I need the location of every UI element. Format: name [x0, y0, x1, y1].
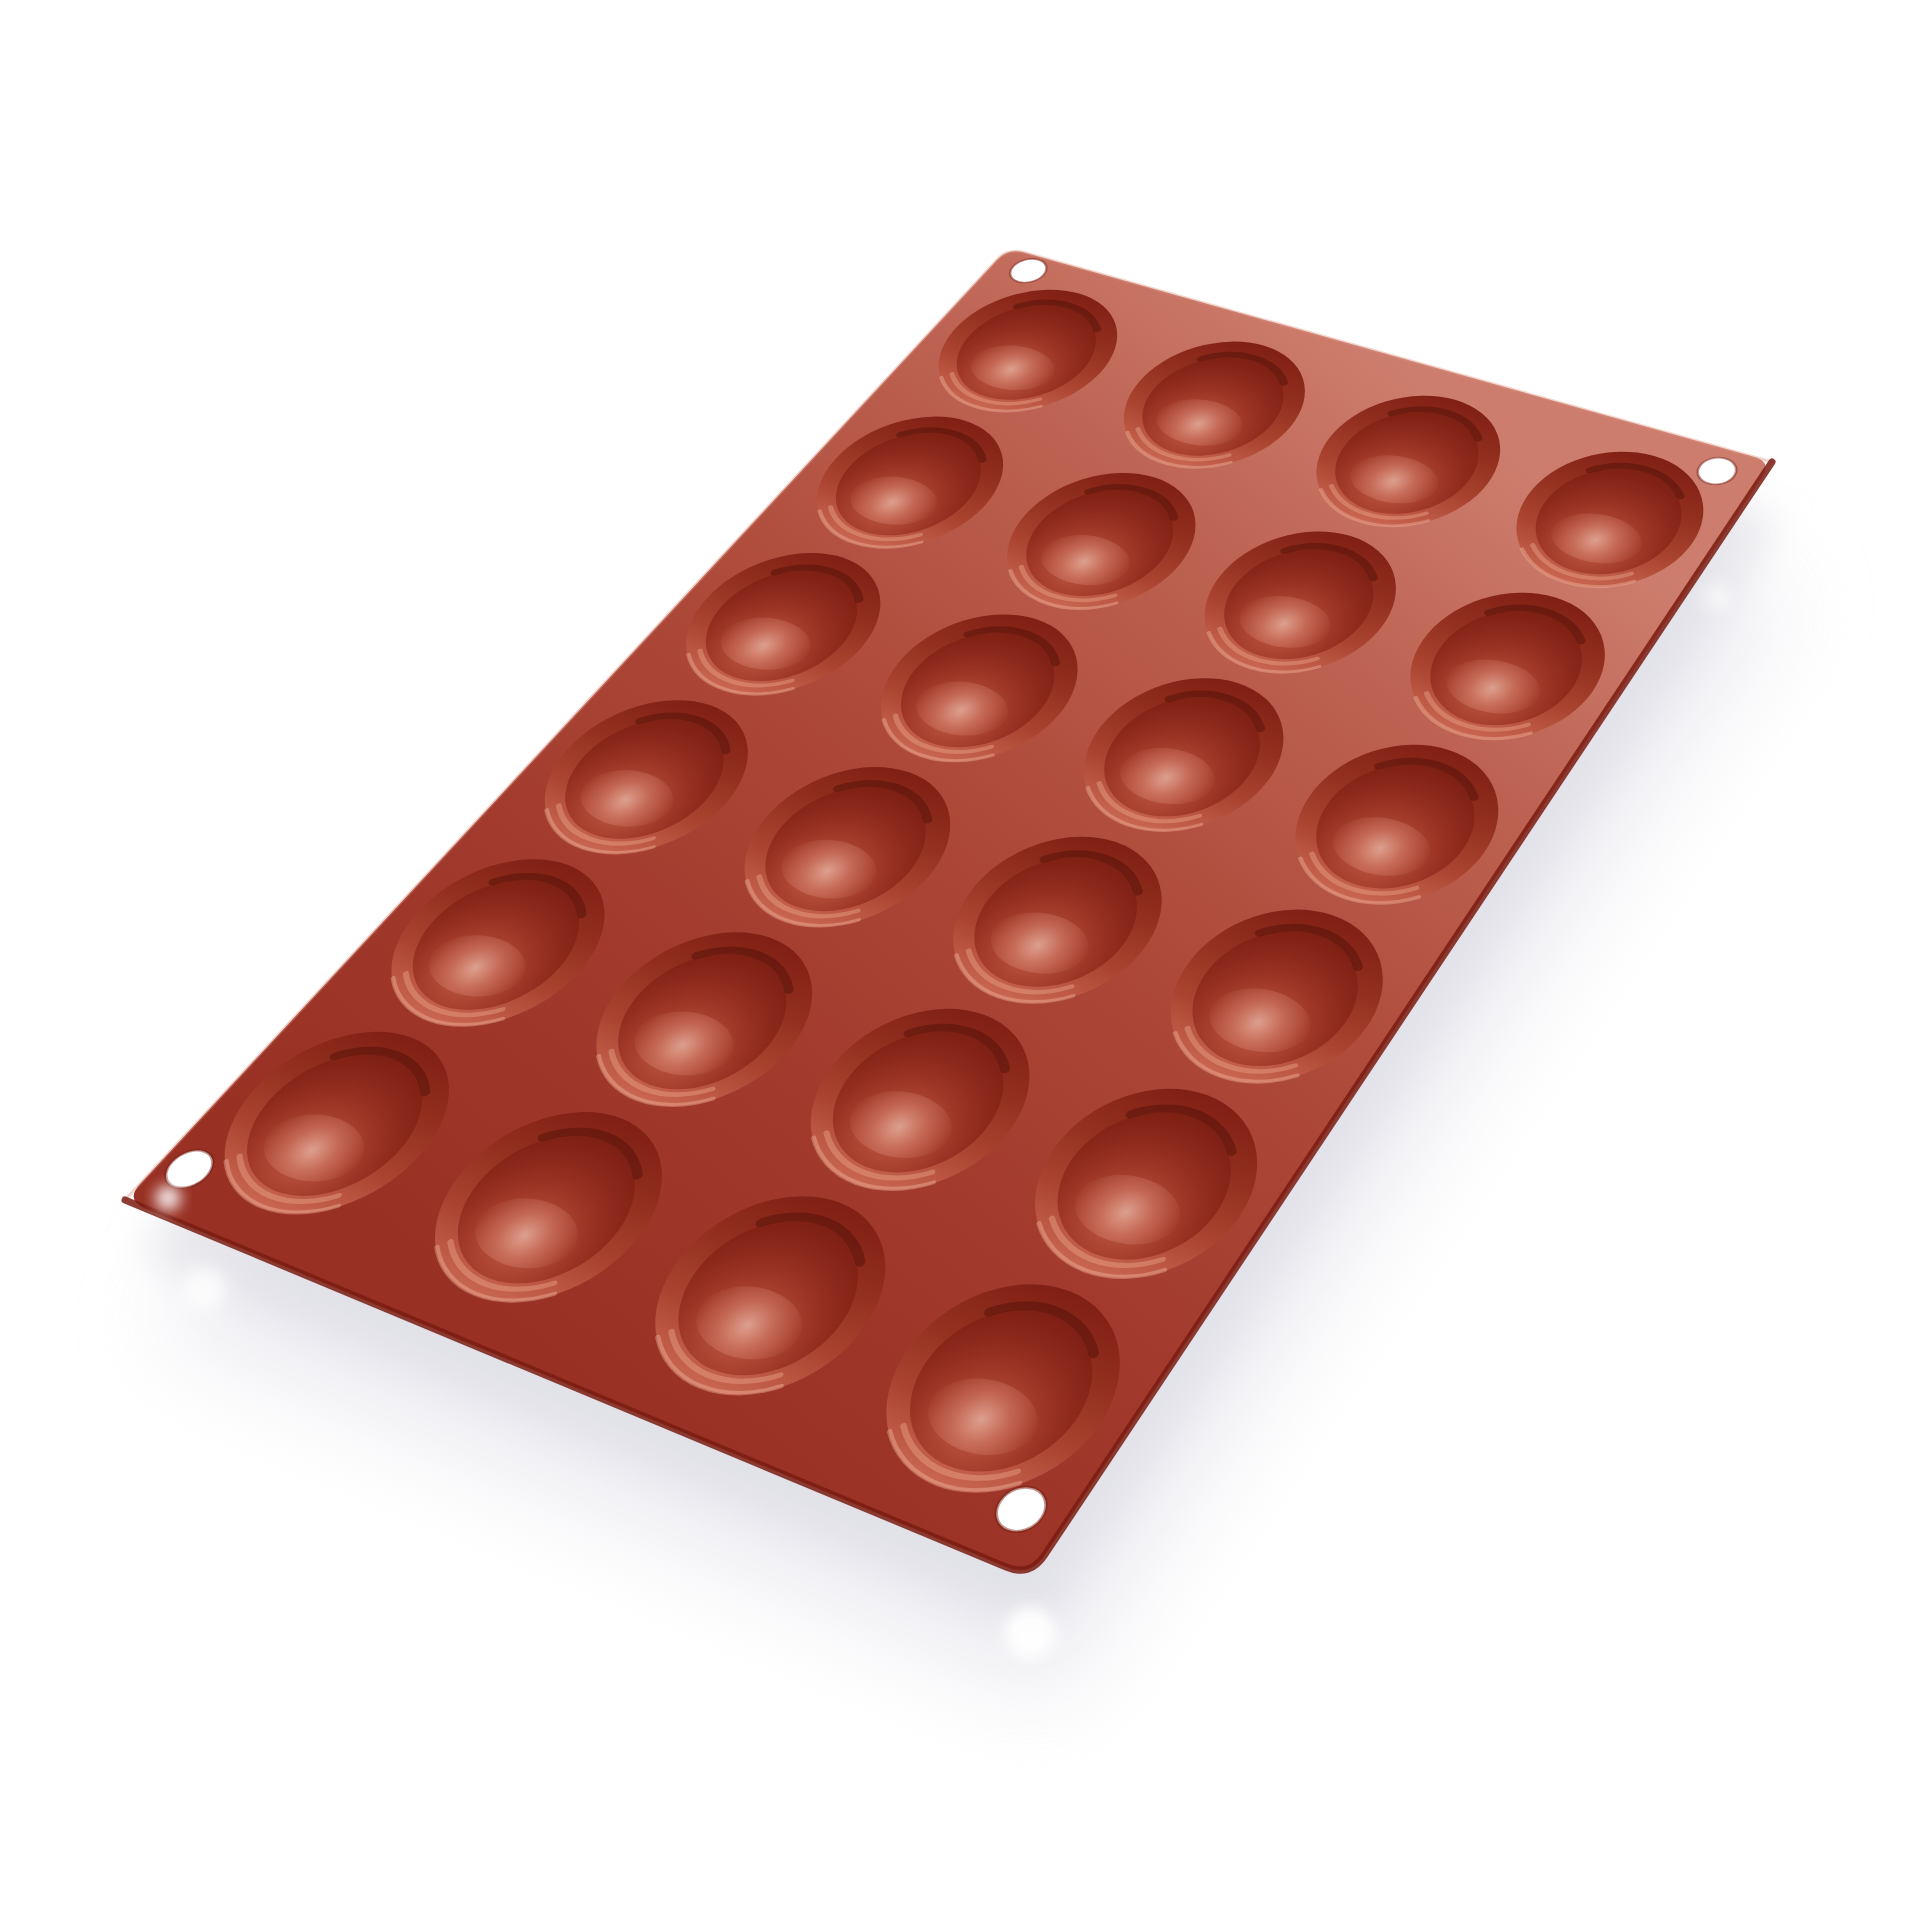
- floor-glint: [1004, 1607, 1056, 1659]
- surface-glint: [155, 1185, 181, 1211]
- floor-glint: [183, 1267, 227, 1311]
- product-photo: [0, 0, 1920, 1920]
- floor-glint: [1702, 582, 1732, 612]
- surface-glints: [155, 1185, 181, 1211]
- mold-photo-canvas: [0, 0, 1920, 1920]
